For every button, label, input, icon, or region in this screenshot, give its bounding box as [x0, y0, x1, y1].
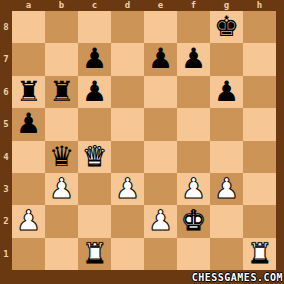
piece-black-queen[interactable]: ♛: [49, 141, 74, 173]
square-g8[interactable]: ♚: [210, 11, 243, 43]
square-b6[interactable]: ♜: [45, 76, 78, 108]
piece-white-pawn[interactable]: ♟: [115, 173, 140, 205]
square-a2[interactable]: ♟: [12, 205, 45, 237]
square-e7[interactable]: ♟: [144, 43, 177, 75]
piece-black-rook[interactable]: ♜: [49, 76, 74, 108]
square-g7[interactable]: [210, 43, 243, 75]
square-e8[interactable]: [144, 11, 177, 43]
watermark-text: CHESSGAMES.COM: [192, 272, 283, 283]
square-d3[interactable]: ♟: [111, 173, 144, 205]
square-f3[interactable]: ♟: [177, 173, 210, 205]
square-d1[interactable]: [111, 238, 144, 270]
square-c3[interactable]: [78, 173, 111, 205]
piece-white-pawn[interactable]: ♟: [181, 173, 206, 205]
piece-black-pawn[interactable]: ♟: [181, 43, 206, 75]
rank-label-4: 4: [0, 141, 12, 173]
chess-board: ♚♟♟♟♜♜♟♟♟♛♛♟♟♟♟♟♟♚♜♜: [12, 11, 276, 270]
square-h2[interactable]: [243, 205, 276, 237]
square-e2[interactable]: ♟: [144, 205, 177, 237]
square-f4[interactable]: [177, 141, 210, 173]
square-e3[interactable]: [144, 173, 177, 205]
square-a6[interactable]: ♜: [12, 76, 45, 108]
piece-black-pawn[interactable]: ♟: [214, 76, 239, 108]
file-label-c: c: [78, 0, 111, 11]
square-b3[interactable]: ♟: [45, 173, 78, 205]
square-c8[interactable]: [78, 11, 111, 43]
file-label-e: e: [144, 0, 177, 11]
rank-label-6: 6: [0, 76, 12, 108]
square-f7[interactable]: ♟: [177, 43, 210, 75]
square-b5[interactable]: [45, 108, 78, 140]
square-e4[interactable]: [144, 141, 177, 173]
square-c1[interactable]: ♜: [78, 238, 111, 270]
piece-black-pawn[interactable]: ♟: [148, 43, 173, 75]
square-a8[interactable]: [12, 11, 45, 43]
square-h3[interactable]: [243, 173, 276, 205]
rank-label-5: 5: [0, 108, 12, 140]
piece-white-rook[interactable]: ♜: [82, 238, 107, 270]
square-g4[interactable]: [210, 141, 243, 173]
piece-white-pawn[interactable]: ♟: [214, 173, 239, 205]
square-c6[interactable]: ♟: [78, 76, 111, 108]
square-h4[interactable]: [243, 141, 276, 173]
piece-black-pawn[interactable]: ♟: [82, 76, 107, 108]
square-a5[interactable]: ♟: [12, 108, 45, 140]
piece-white-king[interactable]: ♚: [181, 205, 206, 237]
square-a7[interactable]: [12, 43, 45, 75]
square-d6[interactable]: [111, 76, 144, 108]
square-a3[interactable]: [12, 173, 45, 205]
piece-black-king[interactable]: ♚: [214, 11, 239, 43]
piece-white-queen[interactable]: ♛: [82, 141, 107, 173]
square-h5[interactable]: [243, 108, 276, 140]
rank-label-8: 8: [0, 11, 12, 43]
square-g6[interactable]: ♟: [210, 76, 243, 108]
square-g3[interactable]: ♟: [210, 173, 243, 205]
piece-white-pawn[interactable]: ♟: [49, 173, 74, 205]
square-h6[interactable]: [243, 76, 276, 108]
piece-black-pawn[interactable]: ♟: [16, 108, 41, 140]
rank-label-3: 3: [0, 173, 12, 205]
rank-label-1: 1: [0, 238, 12, 270]
square-e6[interactable]: [144, 76, 177, 108]
square-f2[interactable]: ♚: [177, 205, 210, 237]
square-a4[interactable]: [12, 141, 45, 173]
square-d2[interactable]: [111, 205, 144, 237]
square-d5[interactable]: [111, 108, 144, 140]
square-f8[interactable]: [177, 11, 210, 43]
square-b1[interactable]: [45, 238, 78, 270]
square-f1[interactable]: [177, 238, 210, 270]
square-d4[interactable]: [111, 141, 144, 173]
square-f5[interactable]: [177, 108, 210, 140]
chess-diagram: abcdefgh 87654321 ♚♟♟♟♜♜♟♟♟♛♛♟♟♟♟♟♟♚♜♜ C…: [0, 0, 284, 284]
square-g2[interactable]: [210, 205, 243, 237]
square-h7[interactable]: [243, 43, 276, 75]
rank-labels: 87654321: [0, 11, 12, 270]
file-label-d: d: [111, 0, 144, 11]
piece-black-pawn[interactable]: ♟: [82, 43, 107, 75]
square-c7[interactable]: ♟: [78, 43, 111, 75]
file-label-f: f: [177, 0, 210, 11]
piece-black-rook[interactable]: ♜: [16, 76, 41, 108]
square-g5[interactable]: [210, 108, 243, 140]
square-h8[interactable]: [243, 11, 276, 43]
square-c2[interactable]: [78, 205, 111, 237]
square-b2[interactable]: [45, 205, 78, 237]
square-h1[interactable]: ♜: [243, 238, 276, 270]
file-label-a: a: [12, 0, 45, 11]
piece-white-pawn[interactable]: ♟: [148, 205, 173, 237]
square-g1[interactable]: [210, 238, 243, 270]
square-e1[interactable]: [144, 238, 177, 270]
square-f6[interactable]: [177, 76, 210, 108]
square-d7[interactable]: [111, 43, 144, 75]
square-a1[interactable]: [12, 238, 45, 270]
piece-white-rook[interactable]: ♜: [247, 238, 272, 270]
piece-white-pawn[interactable]: ♟: [16, 205, 41, 237]
rank-label-7: 7: [0, 43, 12, 75]
rank-label-2: 2: [0, 205, 12, 237]
file-label-h: h: [243, 0, 276, 11]
square-e5[interactable]: [144, 108, 177, 140]
square-b8[interactable]: [45, 11, 78, 43]
file-label-b: b: [45, 0, 78, 11]
square-c4[interactable]: ♛: [78, 141, 111, 173]
square-d8[interactable]: [111, 11, 144, 43]
square-b4[interactable]: ♛: [45, 141, 78, 173]
square-c5[interactable]: [78, 108, 111, 140]
square-b7[interactable]: [45, 43, 78, 75]
